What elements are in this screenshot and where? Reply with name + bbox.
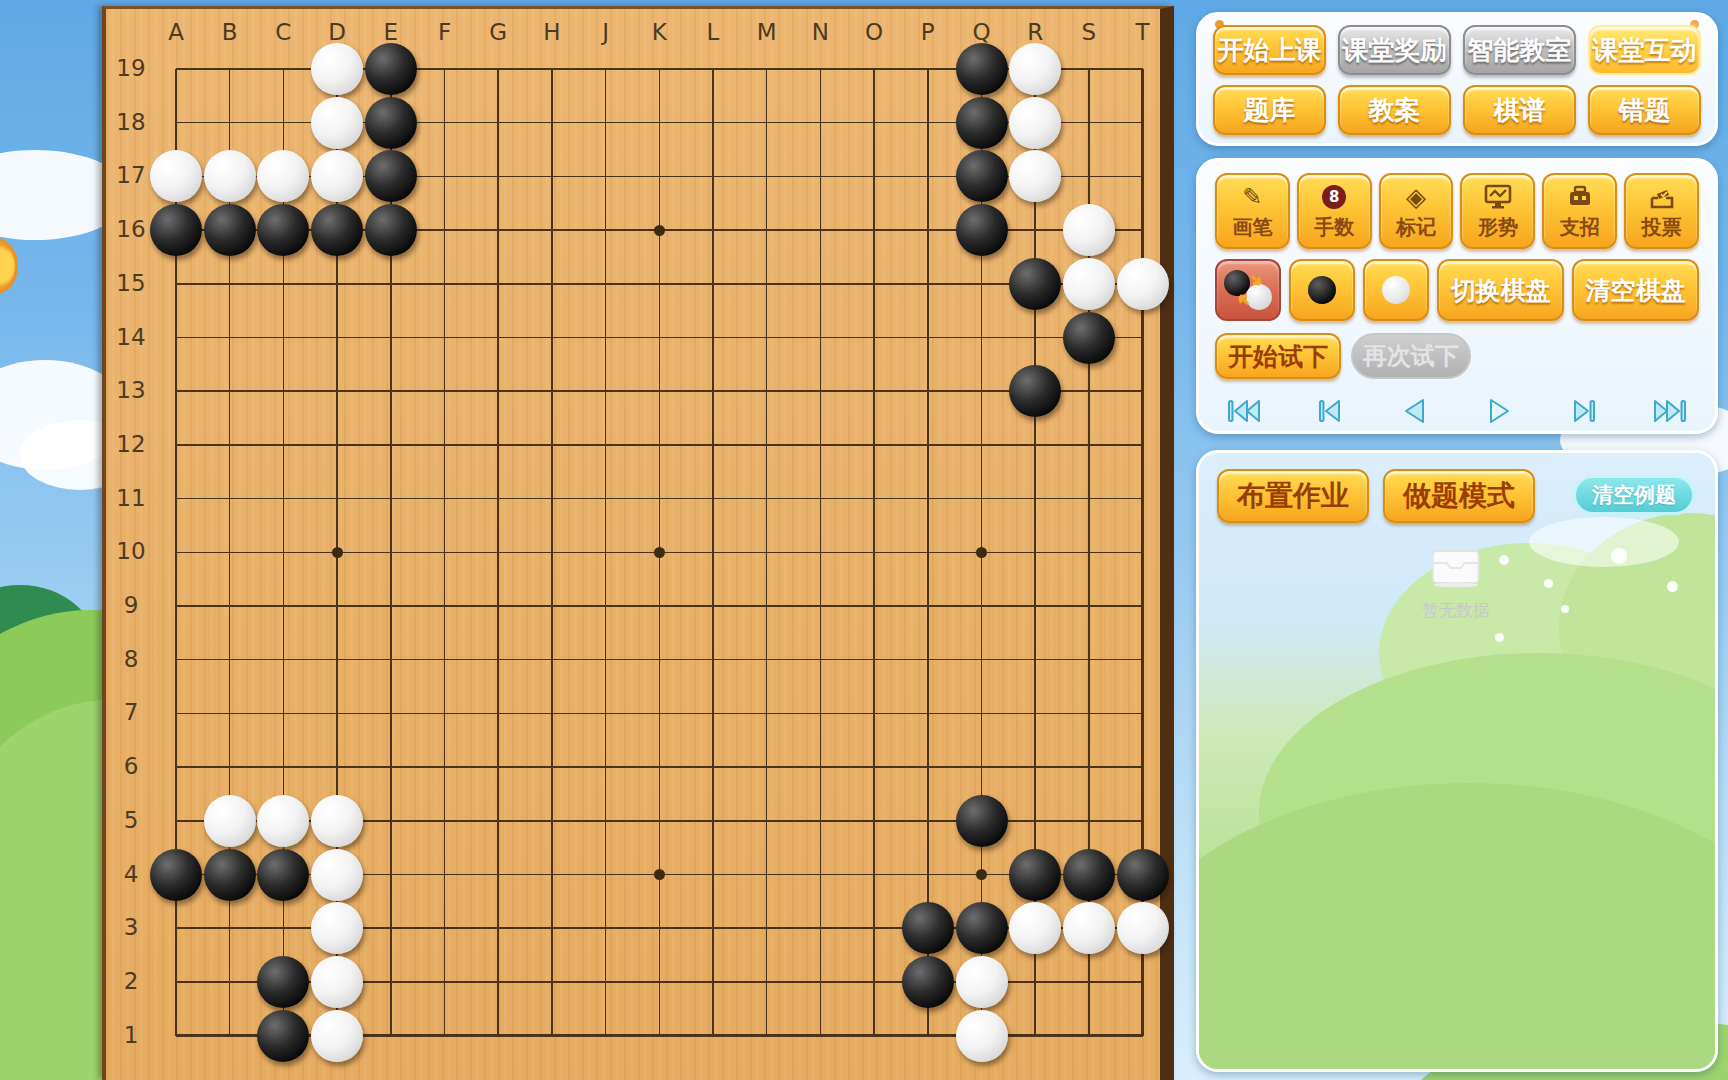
vote-tool-button[interactable]: 投票 [1624, 173, 1699, 249]
row-label: 11 [112, 485, 150, 511]
black-stone [956, 43, 1008, 95]
class-reward-button[interactable]: 课堂奖励 [1338, 25, 1451, 75]
game-record-button[interactable]: 棋谱 [1463, 85, 1576, 135]
column-label: P [913, 19, 943, 45]
grid-line-horizontal [176, 713, 1143, 715]
black-stone [257, 1010, 309, 1062]
white-stone [1009, 902, 1061, 954]
white-stone [311, 902, 363, 954]
quiz-mode-button[interactable]: 做题模式 [1383, 469, 1535, 523]
wrong-question-button[interactable]: 错题 [1588, 85, 1701, 135]
bush-dot [1499, 555, 1509, 565]
lesson-plan-button[interactable]: 教案 [1338, 85, 1451, 135]
row-label: 16 [112, 216, 150, 242]
column-label: A [161, 19, 191, 45]
row-label: 17 [112, 162, 150, 188]
black-stone [311, 204, 363, 256]
pencil-icon: ✎ [1242, 182, 1262, 212]
black-stone [365, 204, 417, 256]
tools-panel: ✎ 画笔 8 手数 ◈ 标记 形势 支招 [1196, 158, 1718, 434]
column-label: M [752, 19, 782, 45]
black-stone [956, 204, 1008, 256]
row-label: 14 [112, 324, 150, 350]
white-stone [1063, 258, 1115, 310]
row-label: 2 [112, 968, 150, 994]
grid-line-vertical [927, 69, 929, 1036]
grid-line-horizontal [176, 766, 1143, 768]
tool-label: 手数 [1314, 214, 1354, 241]
black-stone-icon [1308, 276, 1336, 304]
column-label: S [1074, 19, 1104, 45]
vote-icon [1648, 182, 1676, 212]
grid-line-vertical [873, 69, 875, 1036]
bush-dot [1561, 605, 1569, 613]
hint-icon [1566, 182, 1594, 212]
row-label: 10 [112, 538, 150, 564]
row-label: 4 [112, 861, 150, 887]
sun-sticker [0, 238, 18, 294]
go-board[interactable]: A19B18C17D16E15F14G13H12J11K10L9M8N7O6P5… [102, 6, 1174, 1080]
star-point [976, 547, 987, 558]
white-stone [257, 150, 309, 202]
star-point [654, 869, 665, 880]
territory-tool-button[interactable]: 形势 [1460, 173, 1535, 249]
bush-dot [1611, 548, 1627, 564]
row-label: 12 [112, 431, 150, 457]
column-label: L [698, 19, 728, 45]
row-label: 15 [112, 270, 150, 296]
black-stone [1009, 258, 1061, 310]
black-stone [204, 849, 256, 901]
white-stone [257, 795, 309, 847]
column-label: F [430, 19, 460, 45]
column-label: G [483, 19, 513, 45]
empty-text: 暂无数据 [1422, 599, 1490, 622]
white-stone-mode-button[interactable] [1363, 259, 1429, 321]
column-label: K [644, 19, 674, 45]
alternate-stone-mode-button[interactable] [1215, 259, 1281, 321]
bush-dot [1495, 633, 1504, 642]
column-label: T [1128, 19, 1158, 45]
question-bank-button[interactable]: 题库 [1213, 85, 1326, 135]
start-trial-button[interactable]: 开始试下 [1215, 333, 1341, 379]
move-number-icon: 8 [1322, 182, 1346, 212]
start-class-button[interactable]: 开始上课 [1213, 25, 1326, 75]
swap-arrows-icon [1230, 270, 1270, 310]
tool-label: 形势 [1478, 214, 1518, 241]
white-stone [956, 1010, 1008, 1062]
row-label: 19 [112, 55, 150, 81]
white-stone [311, 150, 363, 202]
empty-state: 暂无数据 [1422, 541, 1490, 622]
move-number-tool-button[interactable]: 8 手数 [1297, 173, 1372, 249]
white-stone [1117, 902, 1169, 954]
row-label: 13 [112, 377, 150, 403]
star-point [654, 225, 665, 236]
white-stone [150, 150, 202, 202]
white-stone [311, 43, 363, 95]
column-label: N [805, 19, 835, 45]
black-stone [257, 204, 309, 256]
empty-box-icon [1427, 541, 1485, 587]
hint-tool-button[interactable]: 支招 [1542, 173, 1617, 249]
tool-label: 投票 [1642, 214, 1682, 241]
grid-line-horizontal [176, 659, 1143, 661]
bush-dot [1544, 579, 1553, 588]
black-stone [1009, 849, 1061, 901]
row-label: 6 [112, 753, 150, 779]
tool-label: 标记 [1396, 214, 1436, 241]
grid-line-vertical [820, 69, 822, 1036]
white-stone [1009, 43, 1061, 95]
black-stone [257, 849, 309, 901]
cloud [1529, 517, 1679, 567]
black-stone [150, 849, 202, 901]
column-label: Q [967, 19, 997, 45]
row-label: 8 [112, 646, 150, 672]
white-stone [311, 97, 363, 149]
column-label: J [591, 19, 621, 45]
black-stone [956, 902, 1008, 954]
nav-back-button[interactable] [1393, 394, 1435, 428]
smart-classroom-button[interactable]: 智能教室 [1463, 25, 1576, 75]
black-stone [365, 43, 417, 95]
grid-line-horizontal [176, 605, 1143, 607]
black-stone [1063, 312, 1115, 364]
black-stone [365, 97, 417, 149]
column-label: O [859, 19, 889, 45]
white-stone [311, 956, 363, 1008]
column-label: R [1020, 19, 1050, 45]
switch-board-button[interactable]: 切换棋盘 [1437, 259, 1564, 321]
bush [1196, 783, 1718, 1072]
tool-label: 支招 [1560, 214, 1600, 241]
brush-tool-button[interactable]: ✎ 画笔 [1215, 173, 1290, 249]
column-label: C [268, 19, 298, 45]
white-stone [311, 1010, 363, 1062]
row-label: 1 [112, 1022, 150, 1048]
row-label: 5 [112, 807, 150, 833]
column-label: D [322, 19, 352, 45]
black-stone [365, 150, 417, 202]
tool-label: 画笔 [1232, 214, 1272, 241]
black-stone [1009, 365, 1061, 417]
white-stone-icon [1382, 276, 1410, 304]
marker-icon: ◈ [1406, 182, 1426, 212]
classroom-panel: 开始上课 课堂奖励 智能教室 课堂互动 题库 教案 棋谱 错题 [1196, 12, 1718, 146]
white-stone [1063, 204, 1115, 256]
black-stone [150, 204, 202, 256]
nav-next-button[interactable] [1564, 394, 1606, 428]
black-stone-mode-button[interactable] [1289, 259, 1355, 321]
black-stone [902, 902, 954, 954]
white-stone [956, 956, 1008, 1008]
star-point [654, 547, 665, 558]
black-stone [257, 956, 309, 1008]
white-stone [1063, 902, 1115, 954]
homework-panel: 布置作业 做题模式 清空例题 暂无数据 [1196, 450, 1718, 1072]
clear-board-button[interactable]: 清空棋盘 [1572, 259, 1699, 321]
black-stone [204, 204, 256, 256]
white-stone [204, 795, 256, 847]
column-label: B [215, 19, 245, 45]
class-interaction-button[interactable]: 课堂互动 [1588, 25, 1701, 75]
nav-prev-button[interactable] [1308, 394, 1350, 428]
white-stone [1009, 150, 1061, 202]
marker-tool-button[interactable]: ◈ 标记 [1379, 173, 1454, 249]
nav-forward-button[interactable] [1479, 394, 1521, 428]
grid-line-vertical [712, 69, 714, 1036]
black-stone [1117, 849, 1169, 901]
territory-icon [1484, 182, 1512, 212]
black-stone [956, 795, 1008, 847]
black-stone [1063, 849, 1115, 901]
clear-examples-button[interactable]: 清空例题 [1573, 475, 1695, 515]
white-stone [311, 795, 363, 847]
black-stone [956, 97, 1008, 149]
column-label: E [376, 19, 406, 45]
column-label: H [537, 19, 567, 45]
white-stone [1009, 97, 1061, 149]
black-stone [956, 150, 1008, 202]
white-stone [1117, 258, 1169, 310]
nav-last-button[interactable] [1649, 394, 1691, 428]
white-stone [204, 150, 256, 202]
star-point [332, 547, 343, 558]
row-label: 7 [112, 699, 150, 725]
bush-dot [1667, 581, 1678, 592]
row-label: 3 [112, 914, 150, 940]
star-point [976, 869, 987, 880]
grid-line-vertical [766, 69, 768, 1036]
row-label: 18 [112, 109, 150, 135]
retry-trial-button[interactable]: 再次试下 [1351, 333, 1471, 379]
black-stone [902, 956, 954, 1008]
white-stone [311, 849, 363, 901]
nav-first-button[interactable] [1223, 394, 1265, 428]
assign-homework-button[interactable]: 布置作业 [1217, 469, 1369, 523]
row-label: 9 [112, 592, 150, 618]
